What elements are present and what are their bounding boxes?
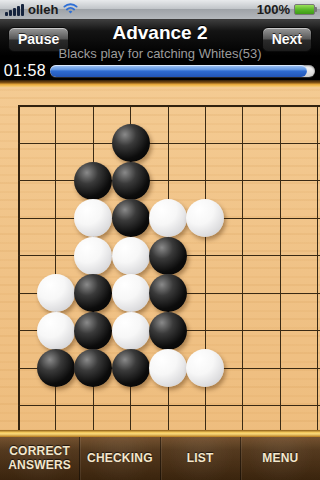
- intersection[interactable]: [37, 312, 74, 350]
- intersection[interactable]: [37, 237, 74, 275]
- intersection[interactable]: [112, 274, 149, 312]
- stone-black: [74, 274, 112, 312]
- intersection[interactable]: [75, 237, 112, 275]
- intersection[interactable]: [187, 237, 224, 275]
- intersection[interactable]: [224, 274, 261, 312]
- intersection[interactable]: [75, 387, 112, 425]
- intersection[interactable]: [149, 349, 186, 387]
- intersection[interactable]: [262, 237, 299, 275]
- board-frame-bottom: [0, 430, 320, 437]
- app-screen: olleh 100% Pause Advance 2 Next Blacks p…: [0, 0, 320, 480]
- time-progress-fill: [50, 65, 307, 77]
- intersection[interactable]: [112, 312, 149, 350]
- stone-black: [37, 349, 75, 387]
- intersection[interactable]: [224, 162, 261, 200]
- intersection[interactable]: [149, 274, 186, 312]
- stone-black: [149, 237, 187, 275]
- intersection[interactable]: [0, 312, 37, 350]
- stone-white: [112, 237, 150, 275]
- intersection[interactable]: [112, 124, 149, 162]
- nav-bar: Pause Advance 2 Next Blacks play for cat…: [0, 20, 320, 80]
- intersection[interactable]: [37, 124, 74, 162]
- stone-white: [112, 274, 150, 312]
- intersection[interactable]: [0, 237, 37, 275]
- stone-white: [149, 349, 187, 387]
- stone-black: [149, 274, 187, 312]
- intersection[interactable]: [299, 124, 320, 162]
- stone-black: [149, 312, 187, 350]
- checking-button[interactable]: CHECKING: [79, 437, 159, 480]
- intersection[interactable]: [149, 312, 186, 350]
- intersection[interactable]: [37, 199, 74, 237]
- intersection[interactable]: [0, 199, 37, 237]
- stone-white: [149, 199, 187, 237]
- status-bar: olleh 100%: [0, 0, 320, 20]
- menu-button[interactable]: MENU: [240, 437, 320, 480]
- intersection[interactable]: [149, 237, 186, 275]
- intersection[interactable]: [112, 237, 149, 275]
- intersection[interactable]: [149, 387, 186, 425]
- stone-black: [112, 124, 150, 162]
- stone-black: [74, 162, 112, 200]
- intersection[interactable]: [187, 349, 224, 387]
- intersection[interactable]: [0, 274, 37, 312]
- time-progress-track: [50, 65, 315, 77]
- intersection[interactable]: [262, 312, 299, 350]
- intersection[interactable]: [299, 199, 320, 237]
- stone-white: [112, 312, 150, 350]
- puzzle-instruction: Blacks play for catching Whites(53): [0, 46, 320, 61]
- stone-white: [186, 349, 224, 387]
- intersection[interactable]: [0, 349, 37, 387]
- intersection[interactable]: [75, 162, 112, 200]
- intersection[interactable]: [149, 124, 186, 162]
- intersection[interactable]: [112, 87, 149, 125]
- intersection[interactable]: [0, 124, 37, 162]
- intersection[interactable]: [37, 387, 74, 425]
- intersection[interactable]: [224, 387, 261, 425]
- correct-answers-button[interactable]: CORRECT ANSWERS: [0, 437, 79, 480]
- stone-white: [37, 312, 75, 350]
- stone-black: [112, 349, 150, 387]
- intersection[interactable]: [187, 162, 224, 200]
- intersection[interactable]: [187, 274, 224, 312]
- intersection[interactable]: [299, 274, 320, 312]
- list-button[interactable]: LIST: [160, 437, 240, 480]
- intersection[interactable]: [224, 87, 261, 125]
- intersection[interactable]: [299, 349, 320, 387]
- battery-percent-label: 100%: [257, 2, 290, 17]
- intersection[interactable]: [224, 124, 261, 162]
- intersection[interactable]: [0, 162, 37, 200]
- intersection[interactable]: [37, 274, 74, 312]
- intersection[interactable]: [224, 237, 261, 275]
- intersection[interactable]: [187, 87, 224, 125]
- intersection[interactable]: [37, 349, 74, 387]
- intersection[interactable]: [75, 312, 112, 350]
- intersection[interactable]: [224, 349, 261, 387]
- intersection[interactable]: [0, 387, 37, 425]
- intersection[interactable]: [187, 387, 224, 425]
- intersection[interactable]: [187, 124, 224, 162]
- intersection[interactable]: [299, 162, 320, 200]
- intersection[interactable]: [149, 162, 186, 200]
- intersection[interactable]: [262, 87, 299, 125]
- intersection[interactable]: [149, 87, 186, 125]
- intersection[interactable]: [37, 162, 74, 200]
- intersection[interactable]: [75, 199, 112, 237]
- intersection[interactable]: [299, 312, 320, 350]
- intersection[interactable]: [75, 349, 112, 387]
- stone-black: [112, 199, 150, 237]
- intersection[interactable]: [262, 124, 299, 162]
- stone-white: [74, 237, 112, 275]
- intersection[interactable]: [262, 387, 299, 425]
- intersection[interactable]: [75, 274, 112, 312]
- intersection[interactable]: [262, 162, 299, 200]
- stone-black: [74, 312, 112, 350]
- go-board[interactable]: [0, 80, 320, 437]
- stone-black: [74, 349, 112, 387]
- intersection[interactable]: [75, 87, 112, 125]
- status-right: 100%: [257, 2, 315, 17]
- board-grid[interactable]: [0, 87, 320, 425]
- intersection[interactable]: [75, 124, 112, 162]
- intersection[interactable]: [0, 87, 37, 125]
- bottom-toolbar: CORRECT ANSWERS CHECKING LIST MENU: [0, 437, 320, 480]
- intersection[interactable]: [112, 199, 149, 237]
- stone-black: [112, 162, 150, 200]
- intersection[interactable]: [262, 199, 299, 237]
- intersection[interactable]: [262, 349, 299, 387]
- intersection[interactable]: [112, 349, 149, 387]
- intersection[interactable]: [224, 199, 261, 237]
- status-left: olleh: [5, 1, 79, 19]
- intersection[interactable]: [299, 387, 320, 425]
- intersection[interactable]: [112, 162, 149, 200]
- intersection[interactable]: [299, 237, 320, 275]
- signal-strength-icon: [5, 4, 24, 16]
- intersection[interactable]: [299, 87, 320, 125]
- stone-white: [186, 199, 224, 237]
- timer-label: 01:58: [0, 62, 50, 80]
- stone-white: [37, 274, 75, 312]
- carrier-label: olleh: [28, 2, 58, 17]
- intersection[interactable]: [149, 199, 186, 237]
- intersection[interactable]: [224, 312, 261, 350]
- wifi-icon: [62, 1, 79, 19]
- intersection[interactable]: [112, 387, 149, 425]
- intersection[interactable]: [37, 87, 74, 125]
- stone-white: [74, 199, 112, 237]
- intersection[interactable]: [187, 199, 224, 237]
- battery-icon: [294, 4, 315, 15]
- intersection[interactable]: [262, 274, 299, 312]
- timer-row: 01:58: [0, 61, 320, 80]
- intersection[interactable]: [187, 312, 224, 350]
